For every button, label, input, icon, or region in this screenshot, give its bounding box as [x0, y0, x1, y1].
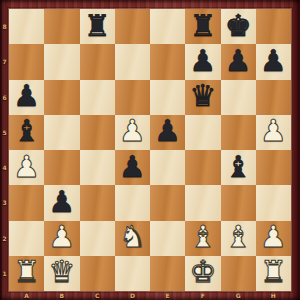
square-d4[interactable]: ♟	[115, 150, 150, 185]
black-pawn-g7[interactable]: ♟	[225, 46, 252, 76]
square-a5[interactable]: ♝	[9, 115, 44, 150]
black-pawn-f7[interactable]: ♟	[189, 46, 216, 76]
square-g4[interactable]: ♝	[221, 150, 256, 185]
black-pawn-d4[interactable]: ♟	[119, 152, 146, 182]
square-e4[interactable]	[150, 150, 185, 185]
square-d5[interactable]: ♟	[115, 115, 150, 150]
rank-label-6: 6	[0, 80, 9, 115]
black-pawn-e5[interactable]: ♟	[154, 116, 181, 146]
square-b2[interactable]: ♟	[44, 221, 79, 256]
file-label-d: D	[115, 291, 150, 300]
square-f3[interactable]	[185, 185, 220, 220]
black-bishop-a5[interactable]: ♝	[13, 116, 40, 146]
white-pawn-d5[interactable]: ♟	[119, 116, 146, 146]
black-pawn-a6[interactable]: ♟	[13, 81, 40, 111]
white-pawn-h5[interactable]: ♟	[260, 116, 287, 146]
rank-labels: 87654321	[0, 9, 9, 291]
square-a1[interactable]: ♜	[9, 256, 44, 291]
square-g2[interactable]: ♝	[221, 221, 256, 256]
square-f8[interactable]: ♜	[185, 9, 220, 44]
white-queen-b1[interactable]: ♛	[48, 257, 75, 287]
square-f1[interactable]: ♚	[185, 256, 220, 291]
square-e5[interactable]: ♟	[150, 115, 185, 150]
white-rook-a1[interactable]: ♜	[13, 257, 40, 287]
square-c7[interactable]	[80, 44, 115, 79]
square-d6[interactable]	[115, 80, 150, 115]
white-king-f1[interactable]: ♚	[189, 257, 216, 287]
black-pawn-h7[interactable]: ♟	[260, 46, 287, 76]
white-knight-d2[interactable]: ♞	[119, 222, 146, 252]
square-c1[interactable]	[80, 256, 115, 291]
square-g7[interactable]: ♟	[221, 44, 256, 79]
chess-board-frame: ♜♜♚♟♟♟♟♛♝♟♟♟♟♟♝♟♟♞♝♝♟♜♛♚♜ 87654321 ABCDE…	[0, 0, 300, 300]
square-h1[interactable]: ♜	[256, 256, 291, 291]
black-rook-c8[interactable]: ♜	[84, 11, 111, 41]
white-pawn-a4[interactable]: ♟	[13, 152, 40, 182]
black-pawn-b3[interactable]: ♟	[48, 187, 75, 217]
square-e8[interactable]	[150, 9, 185, 44]
square-b3[interactable]: ♟	[44, 185, 79, 220]
square-f5[interactable]	[185, 115, 220, 150]
square-h4[interactable]	[256, 150, 291, 185]
square-d7[interactable]	[115, 44, 150, 79]
square-b6[interactable]	[44, 80, 79, 115]
square-c6[interactable]	[80, 80, 115, 115]
square-h5[interactable]: ♟	[256, 115, 291, 150]
square-f7[interactable]: ♟	[185, 44, 220, 79]
square-h2[interactable]: ♟	[256, 221, 291, 256]
file-label-e: E	[150, 291, 185, 300]
square-d3[interactable]	[115, 185, 150, 220]
rank-label-3: 3	[0, 185, 9, 220]
rank-label-7: 7	[0, 44, 9, 79]
white-pawn-h2[interactable]: ♟	[260, 222, 287, 252]
square-a3[interactable]	[9, 185, 44, 220]
square-c8[interactable]: ♜	[80, 9, 115, 44]
white-rook-h1[interactable]: ♜	[260, 257, 287, 287]
square-d8[interactable]	[115, 9, 150, 44]
white-bishop-f2[interactable]: ♝	[189, 222, 216, 252]
file-label-f: F	[185, 291, 220, 300]
square-c4[interactable]	[80, 150, 115, 185]
square-f2[interactable]: ♝	[185, 221, 220, 256]
white-bishop-g2[interactable]: ♝	[225, 222, 252, 252]
square-e1[interactable]	[150, 256, 185, 291]
square-f6[interactable]: ♛	[185, 80, 220, 115]
square-c5[interactable]	[80, 115, 115, 150]
file-label-a: A	[9, 291, 44, 300]
square-g1[interactable]	[221, 256, 256, 291]
square-b7[interactable]	[44, 44, 79, 79]
square-d2[interactable]: ♞	[115, 221, 150, 256]
file-label-c: C	[80, 291, 115, 300]
board-grid: ♜♜♚♟♟♟♟♛♝♟♟♟♟♟♝♟♟♞♝♝♟♜♛♚♜	[9, 9, 291, 291]
square-b1[interactable]: ♛	[44, 256, 79, 291]
square-h6[interactable]	[256, 80, 291, 115]
square-e7[interactable]	[150, 44, 185, 79]
square-c2[interactable]	[80, 221, 115, 256]
file-labels: ABCDEFGH	[9, 291, 291, 300]
square-a8[interactable]	[9, 9, 44, 44]
rank-label-8: 8	[0, 9, 9, 44]
square-h8[interactable]	[256, 9, 291, 44]
square-a6[interactable]: ♟	[9, 80, 44, 115]
square-h7[interactable]: ♟	[256, 44, 291, 79]
rank-label-2: 2	[0, 221, 9, 256]
rank-label-4: 4	[0, 150, 9, 185]
square-a7[interactable]	[9, 44, 44, 79]
square-g5[interactable]	[221, 115, 256, 150]
square-e3[interactable]	[150, 185, 185, 220]
rank-label-5: 5	[0, 115, 9, 150]
square-b5[interactable]	[44, 115, 79, 150]
square-c3[interactable]	[80, 185, 115, 220]
file-label-g: G	[221, 291, 256, 300]
square-g8[interactable]: ♚	[221, 9, 256, 44]
square-g3[interactable]	[221, 185, 256, 220]
black-queen-f6[interactable]: ♛	[189, 81, 216, 111]
square-f4[interactable]	[185, 150, 220, 185]
white-pawn-b2[interactable]: ♟	[48, 222, 75, 252]
square-a4[interactable]: ♟	[9, 150, 44, 185]
square-e6[interactable]	[150, 80, 185, 115]
square-b4[interactable]	[44, 150, 79, 185]
black-bishop-g4[interactable]: ♝	[225, 152, 252, 182]
square-a2[interactable]	[9, 221, 44, 256]
square-b8[interactable]	[44, 9, 79, 44]
square-d1[interactable]	[115, 256, 150, 291]
black-rook-f8[interactable]: ♜	[189, 11, 216, 41]
file-label-b: B	[44, 291, 79, 300]
square-g6[interactable]	[221, 80, 256, 115]
file-label-h: H	[256, 291, 291, 300]
square-h3[interactable]	[256, 185, 291, 220]
square-e2[interactable]	[150, 221, 185, 256]
black-king-g8[interactable]: ♚	[225, 11, 252, 41]
rank-label-1: 1	[0, 256, 9, 291]
